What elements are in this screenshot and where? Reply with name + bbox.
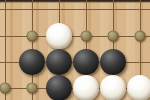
marker-dot xyxy=(27,83,38,94)
white-stone xyxy=(73,75,99,100)
marker-dot xyxy=(27,31,38,42)
white-stone xyxy=(46,23,72,49)
marker-dot xyxy=(81,31,92,42)
black-stone xyxy=(19,49,45,75)
black-stone xyxy=(73,49,99,75)
black-stone xyxy=(100,49,126,75)
marker-dot xyxy=(108,31,119,42)
grid-horizontal-line xyxy=(0,36,150,37)
white-stone xyxy=(100,75,126,100)
marker-dot xyxy=(135,31,146,42)
black-stone xyxy=(46,49,72,75)
white-stone xyxy=(127,75,150,100)
marker-dot xyxy=(0,83,11,94)
game-screenshot xyxy=(0,0,150,100)
grid-horizontal-line xyxy=(0,9,150,10)
black-stone xyxy=(46,75,72,100)
board-top-edge-shadow xyxy=(0,0,150,3)
gomoku-board[interactable] xyxy=(0,0,150,100)
